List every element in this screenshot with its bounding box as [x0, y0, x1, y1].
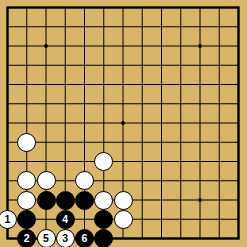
- move-number-label: 3: [62, 233, 68, 244]
- go-board: 142536: [0, 0, 247, 247]
- white-stone: [37, 171, 56, 190]
- white-stone: 1: [0, 210, 17, 229]
- white-stone: [114, 191, 133, 210]
- move-number-label: 5: [43, 233, 49, 244]
- white-stone: [17, 191, 36, 210]
- black-stone: [37, 191, 56, 210]
- white-stone: [94, 191, 113, 210]
- white-stone: [114, 210, 133, 229]
- move-number-label: 4: [62, 214, 68, 225]
- black-stone: [94, 229, 113, 247]
- move-number-label: 6: [82, 233, 88, 244]
- white-stone: [75, 171, 94, 190]
- black-stone: 4: [56, 210, 75, 229]
- white-stone: [94, 152, 113, 171]
- black-stone: [17, 210, 36, 229]
- black-stone: 2: [17, 229, 36, 247]
- white-stone: [17, 171, 36, 190]
- black-stone: [75, 191, 94, 210]
- black-stone: [94, 210, 113, 229]
- white-stone: [17, 133, 36, 152]
- black-stone: 6: [75, 229, 94, 247]
- white-stone: 5: [37, 229, 56, 247]
- white-stone: 3: [56, 229, 75, 247]
- move-number-label: 2: [24, 233, 30, 244]
- black-stone: [56, 191, 75, 210]
- stones-layer: 142536: [0, 0, 247, 247]
- move-number-label: 1: [5, 214, 11, 225]
